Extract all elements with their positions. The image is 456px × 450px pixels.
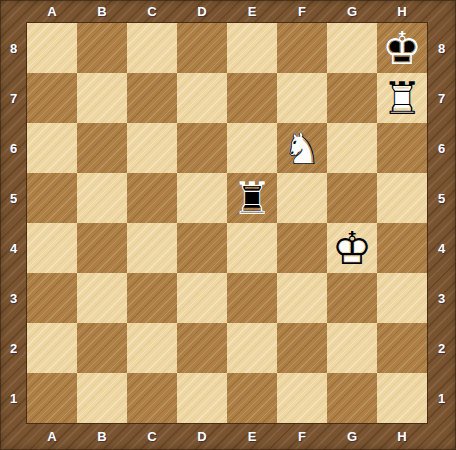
white-knight-glyph-fill: ♞ bbox=[277, 123, 327, 173]
square-h3[interactable] bbox=[377, 273, 427, 323]
square-h7[interactable]: ♜♖ bbox=[377, 73, 427, 123]
square-f3[interactable] bbox=[277, 273, 327, 323]
file-label-c: C bbox=[127, 0, 177, 23]
square-c8[interactable] bbox=[127, 23, 177, 73]
rank-label-4: 4 bbox=[427, 223, 456, 273]
rank-labels-left: 87654321 bbox=[0, 23, 27, 423]
white-king-glyph-fill: ♚ bbox=[327, 223, 377, 273]
rank-label-3: 3 bbox=[427, 273, 456, 323]
white-rook-glyph-outline: ♖ bbox=[377, 73, 427, 123]
file-label-g: G bbox=[327, 423, 377, 450]
rank-label-6: 6 bbox=[427, 123, 456, 173]
file-label-e: E bbox=[227, 423, 277, 450]
square-b4[interactable] bbox=[77, 223, 127, 273]
square-a7[interactable] bbox=[27, 73, 77, 123]
white-rook-glyph-fill: ♜ bbox=[377, 73, 427, 123]
white-knight-piece[interactable]: ♞♘ bbox=[277, 123, 327, 173]
square-a4[interactable] bbox=[27, 223, 77, 273]
square-c4[interactable] bbox=[127, 223, 177, 273]
white-rook-piece[interactable]: ♜♖ bbox=[377, 73, 427, 123]
square-b8[interactable] bbox=[77, 23, 127, 73]
white-knight-glyph-outline: ♘ bbox=[277, 123, 327, 173]
rank-label-8: 8 bbox=[427, 23, 456, 73]
square-b7[interactable] bbox=[77, 73, 127, 123]
square-c5[interactable] bbox=[127, 173, 177, 223]
file-label-f: F bbox=[277, 423, 327, 450]
white-king-glyph-outline: ♔ bbox=[327, 223, 377, 273]
rank-label-5: 5 bbox=[0, 173, 27, 223]
file-label-g: G bbox=[327, 0, 377, 23]
square-d8[interactable] bbox=[177, 23, 227, 73]
black-rook-glyph-outline: ♖ bbox=[227, 173, 277, 223]
square-a2[interactable] bbox=[27, 323, 77, 373]
file-label-f: F bbox=[277, 0, 327, 23]
square-e2[interactable] bbox=[227, 323, 277, 373]
rank-label-2: 2 bbox=[0, 323, 27, 373]
rank-label-7: 7 bbox=[427, 73, 456, 123]
square-f2[interactable] bbox=[277, 323, 327, 373]
rank-label-1: 1 bbox=[427, 373, 456, 423]
square-g2[interactable] bbox=[327, 323, 377, 373]
square-b1[interactable] bbox=[77, 373, 127, 423]
rank-label-5: 5 bbox=[427, 173, 456, 223]
square-a3[interactable] bbox=[27, 273, 77, 323]
square-g3[interactable] bbox=[327, 273, 377, 323]
file-label-c: C bbox=[127, 423, 177, 450]
square-g8[interactable] bbox=[327, 23, 377, 73]
square-f7[interactable] bbox=[277, 73, 327, 123]
square-b3[interactable] bbox=[77, 273, 127, 323]
square-g5[interactable] bbox=[327, 173, 377, 223]
square-d5[interactable] bbox=[177, 173, 227, 223]
square-f8[interactable] bbox=[277, 23, 327, 73]
square-e1[interactable] bbox=[227, 373, 277, 423]
square-b5[interactable] bbox=[77, 173, 127, 223]
rank-label-2: 2 bbox=[427, 323, 456, 373]
black-king-piece[interactable]: ♚♔ bbox=[377, 23, 427, 73]
square-e8[interactable] bbox=[227, 23, 277, 73]
square-c3[interactable] bbox=[127, 273, 177, 323]
rank-label-3: 3 bbox=[0, 273, 27, 323]
rank-label-4: 4 bbox=[0, 223, 27, 273]
file-label-b: B bbox=[77, 0, 127, 23]
square-h6[interactable] bbox=[377, 123, 427, 173]
square-f1[interactable] bbox=[277, 373, 327, 423]
square-f5[interactable] bbox=[277, 173, 327, 223]
rank-label-7: 7 bbox=[0, 73, 27, 123]
square-h5[interactable] bbox=[377, 173, 427, 223]
white-king-piece[interactable]: ♚♔ bbox=[327, 223, 377, 273]
square-c6[interactable] bbox=[127, 123, 177, 173]
square-d3[interactable] bbox=[177, 273, 227, 323]
file-labels-bottom: ABCDEFGH bbox=[27, 423, 427, 450]
square-g4[interactable]: ♚♔ bbox=[327, 223, 377, 273]
square-h8[interactable]: ♚♔ bbox=[377, 23, 427, 73]
square-f6[interactable]: ♞♘ bbox=[277, 123, 327, 173]
file-labels-top: ABCDEFGH bbox=[27, 0, 427, 23]
black-rook-piece[interactable]: ♜♖ bbox=[227, 173, 277, 223]
square-b2[interactable] bbox=[77, 323, 127, 373]
black-rook-glyph-fill: ♜ bbox=[227, 173, 277, 223]
square-e3[interactable] bbox=[227, 273, 277, 323]
square-g7[interactable] bbox=[327, 73, 377, 123]
file-label-h: H bbox=[377, 423, 427, 450]
square-d4[interactable] bbox=[177, 223, 227, 273]
rank-label-8: 8 bbox=[0, 23, 27, 73]
square-a6[interactable] bbox=[27, 123, 77, 173]
square-d6[interactable] bbox=[177, 123, 227, 173]
file-label-d: D bbox=[177, 423, 227, 450]
square-e5[interactable]: ♜♖ bbox=[227, 173, 277, 223]
square-h1[interactable] bbox=[377, 373, 427, 423]
file-label-b: B bbox=[77, 423, 127, 450]
square-a1[interactable] bbox=[27, 373, 77, 423]
black-king-glyph-outline: ♔ bbox=[377, 23, 427, 73]
square-g1[interactable] bbox=[327, 373, 377, 423]
square-c2[interactable] bbox=[127, 323, 177, 373]
black-king-glyph-fill: ♚ bbox=[377, 23, 427, 73]
square-d7[interactable] bbox=[177, 73, 227, 123]
rank-labels-right: 87654321 bbox=[427, 23, 456, 423]
square-d1[interactable] bbox=[177, 373, 227, 423]
square-a5[interactable] bbox=[27, 173, 77, 223]
square-e4[interactable] bbox=[227, 223, 277, 273]
square-b6[interactable] bbox=[77, 123, 127, 173]
square-h4[interactable] bbox=[377, 223, 427, 273]
square-c7[interactable] bbox=[127, 73, 177, 123]
square-a8[interactable] bbox=[27, 23, 77, 73]
square-e6[interactable] bbox=[227, 123, 277, 173]
square-g6[interactable] bbox=[327, 123, 377, 173]
rank-label-6: 6 bbox=[0, 123, 27, 173]
file-label-h: H bbox=[377, 0, 427, 23]
square-h2[interactable] bbox=[377, 323, 427, 373]
chess-board: ♚♔♜♖♞♘♜♖♚♔ bbox=[27, 23, 427, 423]
square-c1[interactable] bbox=[127, 373, 177, 423]
rank-label-1: 1 bbox=[0, 373, 27, 423]
chess-board-frame: ABCDEFGH ABCDEFGH 87654321 87654321 ♚♔♜♖… bbox=[0, 0, 456, 450]
square-f4[interactable] bbox=[277, 223, 327, 273]
file-label-e: E bbox=[227, 0, 277, 23]
file-label-a: A bbox=[27, 0, 77, 23]
square-d2[interactable] bbox=[177, 323, 227, 373]
file-label-a: A bbox=[27, 423, 77, 450]
square-e7[interactable] bbox=[227, 73, 277, 123]
file-label-d: D bbox=[177, 0, 227, 23]
